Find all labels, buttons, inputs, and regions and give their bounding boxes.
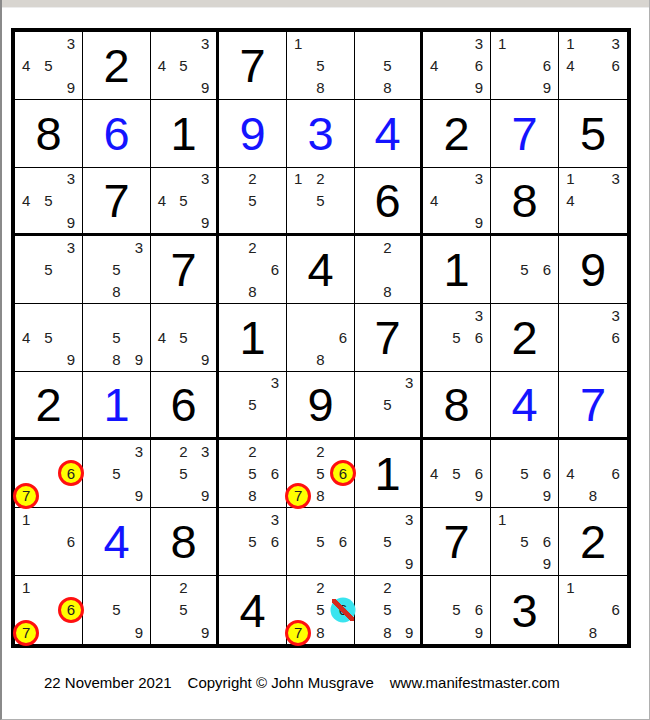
candidate-grid: 25678: [287, 440, 354, 507]
candidate-digit: 1: [498, 35, 506, 52]
cell-r9c7[interactable]: 569: [423, 576, 491, 644]
candidate-slot-empty: [264, 440, 286, 462]
cell-r3c3[interactable]: 3459: [151, 168, 219, 236]
candidate-8: 8: [105, 281, 127, 303]
candidate-slot-empty: [332, 508, 354, 530]
candidate-slot-empty: [398, 236, 420, 258]
candidate-slot-empty: [491, 77, 513, 99]
candidate-slot-empty: [559, 485, 582, 507]
candidate-digit: 9: [201, 624, 209, 641]
footer: 22 November 2021 Copyright © John Musgra…: [44, 674, 560, 691]
cell-r8c5[interactable]: 56: [287, 508, 355, 576]
candidate-grid: 167: [15, 576, 82, 644]
given-digit: 3: [491, 576, 558, 644]
given-digit: 2: [491, 304, 558, 371]
candidate-slot-empty: [219, 190, 241, 212]
candidate-slot-empty: [219, 485, 241, 507]
candidate-2: 2: [377, 236, 399, 258]
cell-r8c8[interactable]: 1569: [491, 508, 559, 576]
candidate-5: 5: [309, 190, 331, 212]
candidate-digit: 9: [405, 555, 413, 572]
candidate-5: 5: [513, 462, 535, 484]
candidate-2: 2: [241, 236, 263, 258]
cell-r1c4[interactable]: 7: [219, 32, 287, 100]
candidate-1: 1: [559, 168, 582, 190]
candidate-5: 5: [241, 530, 263, 552]
candidate-slot-empty: [287, 530, 309, 552]
cell-r9c1[interactable]: 167: [15, 576, 83, 644]
candidate-slot-empty: [582, 326, 605, 348]
candidate-slot-empty: [194, 190, 216, 212]
cell-r9c9[interactable]: 168: [559, 576, 627, 644]
candidate-slot-empty: [332, 485, 354, 507]
cell-r8c9[interactable]: 2: [559, 508, 627, 576]
candidate-slot-empty: [604, 190, 627, 212]
cell-r3c8[interactable]: 8: [491, 168, 559, 236]
candidate-slot-empty: [60, 485, 82, 507]
candidate-slot-empty: [513, 440, 535, 462]
cell-r3c9[interactable]: 134: [559, 168, 627, 236]
candidate-digit: 5: [248, 396, 256, 413]
candidate-slot-empty: [423, 32, 445, 54]
candidate-digit: 4: [22, 192, 30, 209]
candidate-slot-empty: [151, 621, 173, 644]
cell-r7c4[interactable]: 2568: [219, 440, 287, 508]
cell-r2c2[interactable]: 6: [83, 100, 151, 168]
candidate-slot-empty: [491, 462, 513, 484]
cell-r6c1[interactable]: 2: [15, 372, 83, 440]
given-digit: 4: [287, 236, 354, 303]
cell-r7c5[interactable]: 25678: [287, 440, 355, 508]
candidate-slot-empty: [445, 190, 467, 212]
candidate-6: 6: [604, 54, 627, 76]
cell-r1c8[interactable]: 169: [491, 32, 559, 100]
candidate-slot-empty: [423, 599, 445, 622]
candidate-3: 3: [398, 372, 420, 394]
candidate-slot-empty: [332, 440, 354, 462]
cell-r5c2[interactable]: 589: [83, 304, 151, 372]
candidate-slot-empty: [15, 530, 37, 552]
candidate-slot-empty: [491, 485, 513, 507]
candidate-slot-empty: [151, 462, 173, 484]
candidate-digit: 4: [566, 465, 574, 482]
given-digit: 6: [355, 168, 420, 233]
candidate-slot-empty: [582, 440, 605, 462]
candidate-digit: 8: [316, 487, 324, 504]
candidate-slot-empty: [423, 326, 445, 348]
page-background: 3459234597158583469169134686193427534597…: [0, 0, 650, 720]
candidate-slot-empty: [264, 281, 286, 303]
candidate-5: 5: [173, 599, 195, 622]
candidate-slot-empty: [173, 32, 195, 54]
cell-r6c9[interactable]: 7: [559, 372, 627, 440]
candidate-slot-empty: [241, 372, 263, 394]
candidate-slot-empty: [604, 440, 627, 462]
candidate-slot-empty: [15, 77, 37, 99]
candidate-9: 9: [536, 485, 558, 507]
candidate-3: 3: [194, 440, 216, 462]
solved-digit: 4: [491, 372, 558, 437]
candidate-slot-empty: [15, 462, 37, 484]
candidate-slot-empty: [377, 553, 399, 575]
candidate-digit: 1: [566, 579, 574, 596]
cell-r2c7[interactable]: 2: [423, 100, 491, 168]
candidate-digit: 2: [248, 170, 256, 187]
candidate-slot-empty: [355, 54, 377, 76]
cell-r2c5[interactable]: 3: [287, 100, 355, 168]
candidate-slot-empty: [264, 211, 286, 233]
candidate-digit: 2: [316, 579, 324, 596]
candidate-6: 6: [332, 326, 354, 348]
candidate-slot-empty: [377, 508, 399, 530]
cell-r6c3[interactable]: 6: [151, 372, 219, 440]
candidate-slot-empty: [309, 32, 331, 54]
candidate-4: 4: [423, 54, 445, 76]
candidate-digit: 5: [383, 533, 391, 550]
candidate-digit: 6: [475, 465, 483, 482]
cell-r4c1[interactable]: 35: [15, 236, 83, 304]
cell-r2c8[interactable]: 7: [491, 100, 559, 168]
candidate-slot-empty: [377, 415, 399, 437]
cell-r3c1[interactable]: 3459: [15, 168, 83, 236]
candidate-8: 8: [309, 349, 331, 371]
cell-r6c6[interactable]: 35: [355, 372, 423, 440]
cell-r8c4[interactable]: 356: [219, 508, 287, 576]
candidate-slot-empty: [287, 304, 309, 326]
cell-r5c6[interactable]: 7: [355, 304, 423, 372]
cell-r1c7[interactable]: 3469: [423, 32, 491, 100]
candidate-slot-empty: [559, 599, 582, 622]
cell-r5c8[interactable]: 2: [491, 304, 559, 372]
candidate-grid: 35: [219, 372, 286, 437]
candidate-6: 6: [536, 54, 558, 76]
candidate-6: 6: [468, 599, 490, 622]
candidate-digit: 6: [339, 329, 347, 346]
candidate-slot-empty: [219, 168, 241, 190]
candidate-8: 8: [377, 281, 399, 303]
candidate-digit: 1: [498, 511, 506, 528]
cell-r2c3[interactable]: 1: [151, 100, 219, 168]
candidate-slot-empty: [513, 32, 535, 54]
cell-r2c9[interactable]: 5: [559, 100, 627, 168]
candidate-3: 3: [604, 32, 627, 54]
cell-r1c2[interactable]: 2: [83, 32, 151, 100]
cell-r7c3[interactable]: 2359: [151, 440, 219, 508]
cell-r7c6[interactable]: 1: [355, 440, 423, 508]
candidate-digit: 8: [383, 283, 391, 300]
candidate-9: 9: [398, 621, 420, 644]
candidate-digit: 8: [383, 79, 391, 96]
given-digit: 8: [491, 168, 558, 233]
candidate-slot-empty: [83, 349, 105, 371]
candidate-9: 9: [194, 485, 216, 507]
candidate-8: 8: [377, 77, 399, 99]
candidate-slot-empty: [513, 281, 535, 303]
candidate-slot-empty: [604, 349, 627, 371]
candidate-1: 1: [559, 576, 582, 599]
cell-r4c6[interactable]: 28: [355, 236, 423, 304]
candidate-slot-empty: [445, 576, 467, 599]
candidate-4: 4: [559, 462, 582, 484]
cell-r3c7[interactable]: 349: [423, 168, 491, 236]
candidate-slot-empty: [15, 304, 37, 326]
candidate-6: 6: [536, 258, 558, 280]
cell-r1c9[interactable]: 1346: [559, 32, 627, 100]
given-digit: 9: [287, 372, 354, 437]
candidate-slot-empty: [194, 576, 216, 599]
candidate-9: 9: [468, 485, 490, 507]
candidate-slot-empty: [536, 236, 558, 258]
candidate-slot-empty: [287, 211, 309, 233]
cell-r4c3[interactable]: 7: [151, 236, 219, 304]
cell-r2c6[interactable]: 4: [355, 100, 423, 168]
cell-r9c2[interactable]: 59: [83, 576, 151, 644]
candidate-slot-empty: [309, 304, 331, 326]
candidate-digit: 8: [383, 624, 391, 641]
candidate-digit: 5: [179, 601, 187, 618]
given-digit: 7: [423, 508, 490, 575]
candidate-slot-empty: [37, 508, 59, 530]
candidate-3: 3: [264, 508, 286, 530]
candidate-digit: 5: [520, 533, 528, 550]
candidate-9: 9: [60, 77, 82, 99]
candidate-slot-empty: [536, 508, 558, 530]
candidate-8: 8: [582, 485, 605, 507]
candidate-slot-empty: [582, 462, 605, 484]
candidate-slot-empty: [37, 168, 59, 190]
given-digit: 8: [423, 372, 490, 437]
cell-r3c2[interactable]: 7: [83, 168, 151, 236]
cell-r3c5[interactable]: 125: [287, 168, 355, 236]
candidate-slot-empty: [332, 553, 354, 575]
candidate-slot-empty: [604, 485, 627, 507]
candidate-slot-empty: [423, 349, 445, 371]
candidate-slot-empty: [128, 599, 150, 622]
candidate-7: 7: [15, 485, 37, 507]
cell-r8c2[interactable]: 4: [83, 508, 151, 576]
candidate-6: 6: [60, 599, 82, 622]
candidate-digit: 9: [201, 79, 209, 96]
candidate-slot-empty: [445, 211, 467, 233]
candidate-3: 3: [128, 440, 150, 462]
candidate-digit: 2: [248, 443, 256, 460]
candidate-slot-empty: [398, 599, 420, 622]
candidate-digit: 3: [475, 307, 483, 324]
cell-r8c1[interactable]: 16: [15, 508, 83, 576]
candidate-slot-empty: [60, 621, 82, 644]
cell-r4c7[interactable]: 1: [423, 236, 491, 304]
candidate-slot-empty: [194, 54, 216, 76]
candidate-grid: 3469: [423, 32, 490, 99]
candidate-5: 5: [173, 326, 195, 348]
candidate-slot-empty: [309, 553, 331, 575]
candidate-slot-empty: [264, 168, 286, 190]
candidate-slot-empty: [377, 258, 399, 280]
candidate-slot-empty: [513, 553, 535, 575]
candidate-slot-empty: [15, 258, 37, 280]
cell-r7c7[interactable]: 4569: [423, 440, 491, 508]
cell-r9c4[interactable]: 4: [219, 576, 287, 644]
candidate-grid: 268: [219, 236, 286, 303]
candidate-slot-empty: [423, 168, 445, 190]
candidate-slot-empty: [332, 168, 354, 190]
candidate-3: 3: [604, 304, 627, 326]
cell-r7c2[interactable]: 359: [83, 440, 151, 508]
cell-r4c4[interactable]: 268: [219, 236, 287, 304]
candidate-digit: 2: [316, 443, 324, 460]
candidate-slot-empty: [128, 576, 150, 599]
candidate-slot-empty: [83, 326, 105, 348]
candidate-slot-empty: [151, 304, 173, 326]
cell-r9c6[interactable]: 2589: [355, 576, 423, 644]
candidate-digit: 6: [611, 57, 619, 74]
candidate-grid: 67: [15, 440, 82, 507]
candidate-slot-empty: [332, 304, 354, 326]
cell-r6c2[interactable]: 1: [83, 372, 151, 440]
candidate-slot-empty: [468, 576, 490, 599]
candidate-5: 5: [241, 190, 263, 212]
cell-r5c7[interactable]: 356: [423, 304, 491, 372]
candidate-slot-empty: [219, 236, 241, 258]
candidate-3: 3: [398, 508, 420, 530]
candidate-slot-empty: [15, 553, 37, 575]
solved-digit: 7: [491, 100, 558, 167]
candidate-slot-empty: [60, 553, 82, 575]
candidate-4: 4: [423, 462, 445, 484]
cell-r7c1[interactable]: 67: [15, 440, 83, 508]
cell-r9c8[interactable]: 3: [491, 576, 559, 644]
candidate-9: 9: [468, 211, 490, 233]
given-digit: 2: [423, 100, 490, 167]
candidate-slot-empty: [173, 304, 195, 326]
candidate-slot-empty: [604, 77, 627, 99]
cell-r1c5[interactable]: 158: [287, 32, 355, 100]
footer-website[interactable]: www.manifestmaster.com: [390, 674, 560, 691]
candidate-digit: 4: [158, 329, 166, 346]
cell-r9c5[interactable]: 25678: [287, 576, 355, 644]
candidate-slot-empty: [37, 462, 59, 484]
candidate-3: 3: [60, 236, 82, 258]
candidate-slot-empty: [219, 440, 241, 462]
candidate-digit: 5: [383, 57, 391, 74]
cell-r6c8[interactable]: 4: [491, 372, 559, 440]
given-digit: 2: [559, 508, 627, 575]
cell-r5c3[interactable]: 459: [151, 304, 219, 372]
candidate-slot-empty: [398, 394, 420, 416]
candidate-slot-empty: [264, 415, 286, 437]
candidate-digit: 6: [475, 329, 483, 346]
candidate-digit: 4: [430, 465, 438, 482]
candidate-9: 9: [536, 77, 558, 99]
candidate-slot-empty: [582, 54, 605, 76]
candidate-5: 5: [37, 190, 59, 212]
candidate-5: 5: [309, 599, 331, 622]
cell-r1c1[interactable]: 3459: [15, 32, 83, 100]
candidate-slot-empty: [128, 462, 150, 484]
cell-r5c4[interactable]: 1: [219, 304, 287, 372]
candidate-4: 4: [151, 326, 173, 348]
candidate-grid: 56: [491, 236, 558, 303]
candidate-digit: 3: [201, 35, 209, 52]
candidate-slot-empty: [37, 32, 59, 54]
candidate-slot-empty: [219, 258, 241, 280]
candidate-slot-empty: [219, 530, 241, 552]
candidate-slot-empty: [604, 576, 627, 599]
candidate-slot-empty: [241, 211, 263, 233]
given-digit: 7: [355, 304, 420, 371]
candidate-digit: 8: [316, 624, 324, 641]
candidate-slot-empty: [582, 599, 605, 622]
candidate-slot-empty: [60, 326, 82, 348]
solved-digit: 3: [287, 100, 354, 167]
cell-r1c6[interactable]: 58: [355, 32, 423, 100]
cell-r5c1[interactable]: 459: [15, 304, 83, 372]
candidate-slot-empty: [37, 553, 59, 575]
cell-r6c4[interactable]: 35: [219, 372, 287, 440]
candidate-slot-empty: [173, 621, 195, 644]
candidate-slot-empty: [513, 54, 535, 76]
candidate-slot-empty: [398, 530, 420, 552]
candidate-5: 5: [445, 462, 467, 484]
candidate-5: 5: [105, 599, 127, 622]
candidate-grid: 58: [355, 32, 420, 99]
cell-r4c2[interactable]: 358: [83, 236, 151, 304]
cell-r2c1[interactable]: 8: [15, 100, 83, 168]
cell-r6c5[interactable]: 9: [287, 372, 355, 440]
candidate-slot-empty: [151, 77, 173, 99]
candidate-slot-empty: [355, 415, 377, 437]
cell-r3c4[interactable]: 25: [219, 168, 287, 236]
cell-r7c8[interactable]: 569: [491, 440, 559, 508]
cell-r9c3[interactable]: 259: [151, 576, 219, 644]
candidate-slot-empty: [445, 621, 467, 644]
cell-r8c6[interactable]: 359: [355, 508, 423, 576]
cell-r5c9[interactable]: 36: [559, 304, 627, 372]
cell-r4c9[interactable]: 9: [559, 236, 627, 304]
cell-r4c8[interactable]: 56: [491, 236, 559, 304]
footer-copyright: Copyright © John Musgrave: [188, 674, 374, 691]
candidate-slot-empty: [83, 281, 105, 303]
given-digit: 8: [15, 100, 82, 167]
candidate-slot-empty: [194, 462, 216, 484]
candidate-grid: 589: [83, 304, 150, 371]
candidate-slot-empty: [491, 54, 513, 76]
cell-r7c9[interactable]: 468: [559, 440, 627, 508]
candidate-slot-empty: [60, 576, 82, 599]
cell-r1c3[interactable]: 3459: [151, 32, 219, 100]
candidate-6: 6: [60, 462, 82, 484]
cell-r5c5[interactable]: 68: [287, 304, 355, 372]
candidate-slot-empty: [355, 32, 377, 54]
candidate-slot-empty: [219, 508, 241, 530]
cell-r3c6[interactable]: 6: [355, 168, 423, 236]
candidate-grid: 3459: [151, 168, 216, 233]
candidate-slot-empty: [264, 236, 286, 258]
candidate-8: 8: [377, 621, 399, 644]
cell-r8c7[interactable]: 7: [423, 508, 491, 576]
cell-r8c3[interactable]: 8: [151, 508, 219, 576]
candidate-slot-empty: [83, 485, 105, 507]
candidate-digit: 9: [135, 351, 143, 368]
given-digit: 7: [83, 168, 150, 233]
cell-r6c7[interactable]: 8: [423, 372, 491, 440]
cell-r2c4[interactable]: 9: [219, 100, 287, 168]
candidate-slot-empty: [37, 281, 59, 303]
candidate-slot-empty: [445, 485, 467, 507]
cell-r4c5[interactable]: 4: [287, 236, 355, 304]
candidate-slot-empty: [37, 77, 59, 99]
candidate-slot-empty: [241, 508, 263, 530]
